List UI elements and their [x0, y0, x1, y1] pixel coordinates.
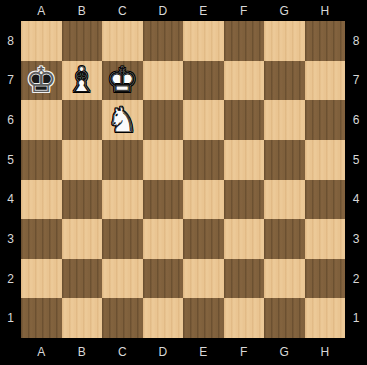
square-c1[interactable] [102, 298, 143, 338]
square-a3[interactable] [21, 219, 62, 259]
square-a7[interactable]: ♚♔ [21, 61, 62, 101]
file-label-h: H [305, 338, 346, 365]
file-label-e: E [183, 338, 224, 365]
square-c7[interactable]: ♚♔ [102, 61, 143, 101]
square-e1[interactable] [183, 298, 224, 338]
square-b7[interactable]: ♝♗ [62, 61, 103, 101]
square-a1[interactable] [21, 298, 62, 338]
file-labels-bottom: ABCDEFGH [21, 338, 345, 365]
square-a6[interactable] [21, 100, 62, 140]
square-d3[interactable] [143, 219, 184, 259]
square-d2[interactable] [143, 259, 184, 299]
piece-outline-glyph: ♘ [102, 100, 143, 140]
square-f8[interactable] [224, 21, 265, 61]
file-label-f: F [224, 338, 265, 365]
white-knight-icon[interactable]: ♞♘ [102, 100, 143, 140]
chessboard-window: ABCDEFGH 87654321 87654321 ABCDEFGH ♚♔♝♗… [0, 0, 367, 365]
file-label-b: B [62, 338, 103, 365]
square-g5[interactable] [264, 140, 305, 180]
file-label-f: F [224, 0, 265, 21]
square-b6[interactable] [62, 100, 103, 140]
rank-label-8: 8 [345, 21, 367, 61]
square-g2[interactable] [264, 259, 305, 299]
black-king-icon[interactable]: ♚♔ [21, 61, 62, 101]
square-b8[interactable] [62, 21, 103, 61]
file-label-c: C [102, 0, 143, 21]
rank-label-8: 8 [0, 21, 21, 61]
square-c4[interactable] [102, 180, 143, 220]
file-label-c: C [102, 338, 143, 365]
file-label-b: B [62, 0, 103, 21]
square-f3[interactable] [224, 219, 265, 259]
square-f2[interactable] [224, 259, 265, 299]
square-c8[interactable] [102, 21, 143, 61]
square-f1[interactable] [224, 298, 265, 338]
square-e3[interactable] [183, 219, 224, 259]
square-h6[interactable] [305, 100, 346, 140]
square-d8[interactable] [143, 21, 184, 61]
square-e7[interactable] [183, 61, 224, 101]
square-f7[interactable] [224, 61, 265, 101]
piece-outline-glyph: ♔ [102, 61, 143, 101]
square-a2[interactable] [21, 259, 62, 299]
square-e5[interactable] [183, 140, 224, 180]
square-b5[interactable] [62, 140, 103, 180]
square-h1[interactable] [305, 298, 346, 338]
square-a4[interactable] [21, 180, 62, 220]
rank-label-6: 6 [0, 100, 21, 140]
rank-label-7: 7 [0, 61, 21, 101]
square-d6[interactable] [143, 100, 184, 140]
square-g8[interactable] [264, 21, 305, 61]
square-b3[interactable] [62, 219, 103, 259]
square-h7[interactable] [305, 61, 346, 101]
square-h2[interactable] [305, 259, 346, 299]
square-b2[interactable] [62, 259, 103, 299]
square-g4[interactable] [264, 180, 305, 220]
rank-label-1: 1 [345, 298, 367, 338]
square-d4[interactable] [143, 180, 184, 220]
square-c3[interactable] [102, 219, 143, 259]
rank-label-7: 7 [345, 61, 367, 101]
file-label-e: E [183, 0, 224, 21]
chess-board: ♚♔♝♗♚♔♞♘ [21, 21, 345, 338]
rank-labels-left: 87654321 [0, 21, 21, 338]
square-g3[interactable] [264, 219, 305, 259]
square-a8[interactable] [21, 21, 62, 61]
square-c6[interactable]: ♞♘ [102, 100, 143, 140]
file-label-g: G [264, 338, 305, 365]
square-g1[interactable] [264, 298, 305, 338]
square-e4[interactable] [183, 180, 224, 220]
rank-label-1: 1 [0, 298, 21, 338]
rank-label-5: 5 [0, 140, 21, 180]
square-e8[interactable] [183, 21, 224, 61]
square-f4[interactable] [224, 180, 265, 220]
square-c5[interactable] [102, 140, 143, 180]
file-label-a: A [21, 338, 62, 365]
piece-outline-glyph: ♗ [62, 61, 103, 101]
rank-label-4: 4 [345, 180, 367, 220]
rank-label-4: 4 [0, 180, 21, 220]
rank-label-5: 5 [345, 140, 367, 180]
square-f6[interactable] [224, 100, 265, 140]
square-f5[interactable] [224, 140, 265, 180]
square-h5[interactable] [305, 140, 346, 180]
file-label-g: G [264, 0, 305, 21]
file-labels-top: ABCDEFGH [21, 0, 345, 21]
square-d5[interactable] [143, 140, 184, 180]
white-king-icon[interactable]: ♚♔ [102, 61, 143, 101]
square-d1[interactable] [143, 298, 184, 338]
square-a5[interactable] [21, 140, 62, 180]
square-h8[interactable] [305, 21, 346, 61]
file-label-d: D [143, 338, 184, 365]
square-g7[interactable] [264, 61, 305, 101]
piece-outline-glyph: ♔ [21, 61, 62, 101]
rank-labels-right: 87654321 [345, 21, 367, 338]
file-label-d: D [143, 0, 184, 21]
rank-label-3: 3 [345, 219, 367, 259]
square-h4[interactable] [305, 180, 346, 220]
square-b4[interactable] [62, 180, 103, 220]
rank-label-2: 2 [345, 259, 367, 299]
file-label-a: A [21, 0, 62, 21]
square-d7[interactable] [143, 61, 184, 101]
file-label-h: H [305, 0, 346, 21]
rank-label-2: 2 [0, 259, 21, 299]
white-bishop-icon[interactable]: ♝♗ [62, 61, 103, 101]
square-e2[interactable] [183, 259, 224, 299]
square-b1[interactable] [62, 298, 103, 338]
square-h3[interactable] [305, 219, 346, 259]
square-c2[interactable] [102, 259, 143, 299]
rank-label-6: 6 [345, 100, 367, 140]
square-e6[interactable] [183, 100, 224, 140]
square-g6[interactable] [264, 100, 305, 140]
rank-label-3: 3 [0, 219, 21, 259]
